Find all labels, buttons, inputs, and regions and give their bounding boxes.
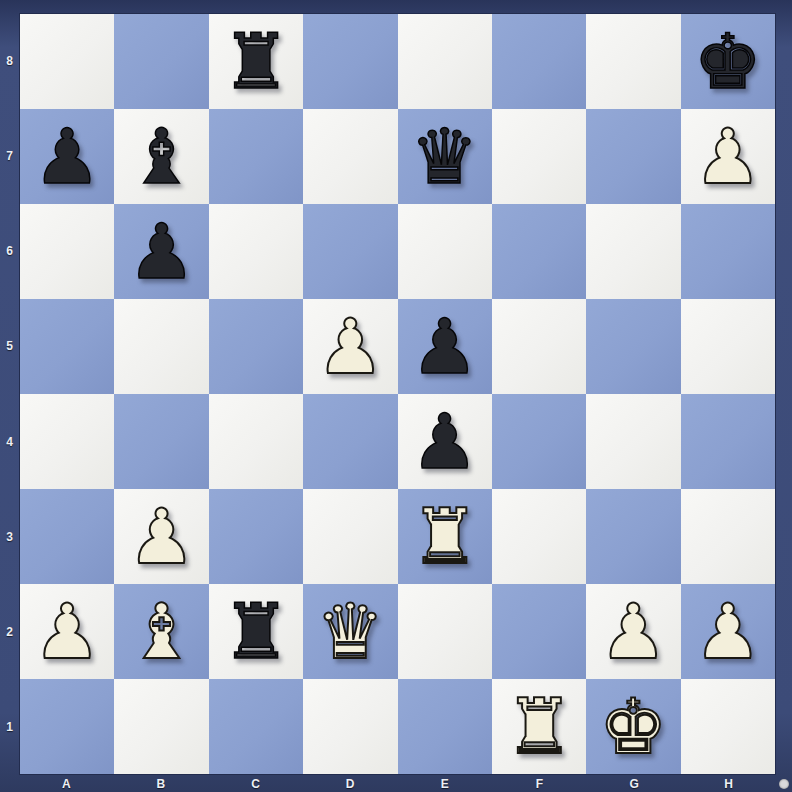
file-label-h: H <box>681 775 776 792</box>
square-e8[interactable] <box>398 14 492 109</box>
square-a6[interactable] <box>20 204 114 299</box>
square-e2[interactable] <box>398 584 492 679</box>
piece-white-pawn[interactable]: ♟ <box>33 594 101 670</box>
square-f2[interactable] <box>492 584 586 679</box>
square-e5[interactable]: ♟ <box>398 299 492 394</box>
piece-white-king[interactable]: ♚ <box>599 689 667 765</box>
piece-black-bishop[interactable]: ♝ <box>127 119 195 195</box>
square-b6[interactable]: ♟ <box>114 204 208 299</box>
square-c4[interactable] <box>209 394 303 489</box>
square-c6[interactable] <box>209 204 303 299</box>
square-h6[interactable] <box>681 204 775 299</box>
square-e4[interactable]: ♟ <box>398 394 492 489</box>
square-g5[interactable] <box>586 299 680 394</box>
square-h8[interactable]: ♚ <box>681 14 775 109</box>
square-d3[interactable] <box>303 489 397 584</box>
square-g1[interactable]: ♚ <box>586 679 680 774</box>
square-c5[interactable] <box>209 299 303 394</box>
square-c8[interactable]: ♜ <box>209 14 303 109</box>
square-d1[interactable] <box>303 679 397 774</box>
board: ♜♚♟♝♛♟♟♟♟♟♟♜♟♝♜♛♟♟♜♚ <box>19 13 776 775</box>
square-b3[interactable]: ♟ <box>114 489 208 584</box>
piece-black-rook[interactable]: ♜ <box>222 594 290 670</box>
rank-label-7: 7 <box>0 108 19 203</box>
square-f6[interactable] <box>492 204 586 299</box>
square-h4[interactable] <box>681 394 775 489</box>
square-b2[interactable]: ♝ <box>114 584 208 679</box>
piece-black-pawn[interactable]: ♟ <box>127 214 195 290</box>
rank-label-5: 5 <box>0 299 19 394</box>
square-d4[interactable] <box>303 394 397 489</box>
piece-white-rook[interactable]: ♜ <box>505 689 573 765</box>
square-d2[interactable]: ♛ <box>303 584 397 679</box>
file-label-b: B <box>114 775 209 792</box>
square-c3[interactable] <box>209 489 303 584</box>
square-c7[interactable] <box>209 109 303 204</box>
piece-white-bishop[interactable]: ♝ <box>127 594 195 670</box>
piece-white-pawn[interactable]: ♟ <box>127 499 195 575</box>
square-b1[interactable] <box>114 679 208 774</box>
piece-white-pawn[interactable]: ♟ <box>694 594 762 670</box>
piece-white-pawn[interactable]: ♟ <box>316 309 384 385</box>
square-g6[interactable] <box>586 204 680 299</box>
square-a3[interactable] <box>20 489 114 584</box>
square-h5[interactable] <box>681 299 775 394</box>
file-label-g: G <box>587 775 682 792</box>
square-g2[interactable]: ♟ <box>586 584 680 679</box>
square-b7[interactable]: ♝ <box>114 109 208 204</box>
square-a1[interactable] <box>20 679 114 774</box>
square-h3[interactable] <box>681 489 775 584</box>
rank-label-4: 4 <box>0 394 19 489</box>
square-b4[interactable] <box>114 394 208 489</box>
piece-white-pawn[interactable]: ♟ <box>599 594 667 670</box>
square-d7[interactable] <box>303 109 397 204</box>
piece-black-pawn[interactable]: ♟ <box>33 119 101 195</box>
square-g8[interactable] <box>586 14 680 109</box>
piece-black-pawn[interactable]: ♟ <box>411 309 479 385</box>
square-f1[interactable]: ♜ <box>492 679 586 774</box>
square-e7[interactable]: ♛ <box>398 109 492 204</box>
square-f8[interactable] <box>492 14 586 109</box>
piece-black-pawn[interactable]: ♟ <box>411 404 479 480</box>
square-f7[interactable] <box>492 109 586 204</box>
piece-white-pawn[interactable]: ♟ <box>694 119 762 195</box>
square-h7[interactable]: ♟ <box>681 109 775 204</box>
square-c1[interactable] <box>209 679 303 774</box>
square-d5[interactable]: ♟ <box>303 299 397 394</box>
piece-white-rook[interactable]: ♜ <box>411 499 479 575</box>
square-a4[interactable] <box>20 394 114 489</box>
square-d6[interactable] <box>303 204 397 299</box>
rank-label-6: 6 <box>0 204 19 299</box>
square-f4[interactable] <box>492 394 586 489</box>
file-label-f: F <box>492 775 587 792</box>
rank-label-1: 1 <box>0 680 19 775</box>
square-a5[interactable] <box>20 299 114 394</box>
square-e3[interactable]: ♜ <box>398 489 492 584</box>
square-c2[interactable]: ♜ <box>209 584 303 679</box>
white-to-move-indicator-icon <box>779 779 789 789</box>
square-d8[interactable] <box>303 14 397 109</box>
square-f3[interactable] <box>492 489 586 584</box>
rank-label-3: 3 <box>0 489 19 584</box>
square-g4[interactable] <box>586 394 680 489</box>
file-label-a: A <box>19 775 114 792</box>
square-b8[interactable] <box>114 14 208 109</box>
square-g7[interactable] <box>586 109 680 204</box>
file-label-c: C <box>208 775 303 792</box>
piece-black-queen[interactable]: ♛ <box>411 119 479 195</box>
square-g3[interactable] <box>586 489 680 584</box>
square-h2[interactable]: ♟ <box>681 584 775 679</box>
square-e6[interactable] <box>398 204 492 299</box>
square-b5[interactable] <box>114 299 208 394</box>
square-h1[interactable] <box>681 679 775 774</box>
square-a2[interactable]: ♟ <box>20 584 114 679</box>
piece-black-king[interactable]: ♚ <box>694 24 762 100</box>
square-a7[interactable]: ♟ <box>20 109 114 204</box>
rank-label-8: 8 <box>0 13 19 108</box>
chess-board-frame: 87654321 ♜♚♟♝♛♟♟♟♟♟♟♜♟♝♜♛♟♟♜♚ ABCDEFGH <box>0 0 792 792</box>
square-a8[interactable] <box>20 14 114 109</box>
piece-black-rook[interactable]: ♜ <box>222 24 290 100</box>
square-f5[interactable] <box>492 299 586 394</box>
square-e1[interactable] <box>398 679 492 774</box>
file-labels: ABCDEFGH <box>19 775 776 792</box>
file-label-d: D <box>303 775 398 792</box>
file-label-e: E <box>398 775 493 792</box>
rank-labels: 87654321 <box>0 13 19 775</box>
piece-white-queen[interactable]: ♛ <box>316 594 384 670</box>
rank-label-2: 2 <box>0 585 19 680</box>
